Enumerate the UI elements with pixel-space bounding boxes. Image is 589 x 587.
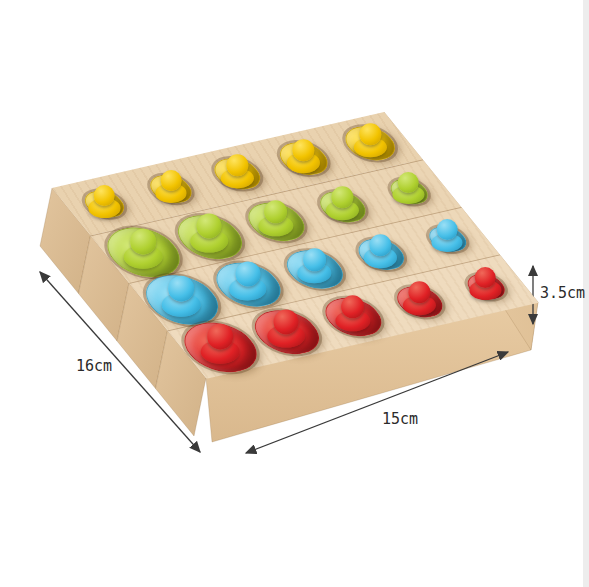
- cylinder-yellow-3: [207, 155, 268, 193]
- dimension-label-3-5cm: 3.5cm: [540, 284, 585, 302]
- cylinder-blue-3: [277, 246, 353, 293]
- cylinder-yellow-5: [336, 122, 404, 164]
- cylinder-yellow-4: [271, 139, 336, 179]
- cylinder-green-1: [383, 176, 435, 208]
- cylinder-red-3: [315, 294, 391, 341]
- cylinder-yellow-1: [77, 187, 132, 221]
- cylinder-green-3: [238, 199, 314, 246]
- cylinder-blue-2: [349, 235, 413, 274]
- dimension-label-16cm: 16cm: [76, 357, 112, 375]
- cylinder-blue-1: [422, 223, 474, 255]
- dimension-label-15cm: 15cm: [382, 410, 418, 428]
- cylinder-green-2: [311, 187, 375, 226]
- cylinder-red-1: [460, 271, 512, 303]
- product-photo-scene: 16cm 15cm 3.5cm: [0, 0, 589, 587]
- cylinder-yellow-2: [142, 171, 200, 207]
- cylinder-red-2: [388, 282, 452, 321]
